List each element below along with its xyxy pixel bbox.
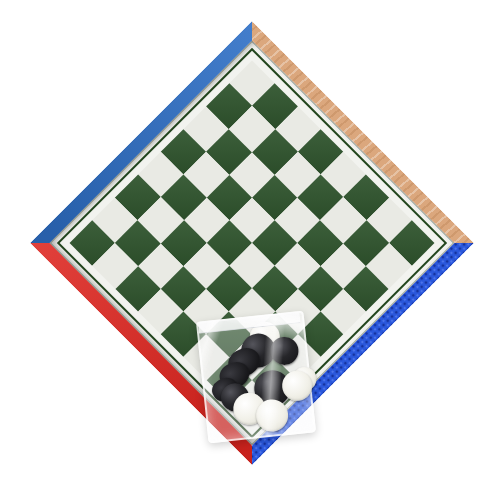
checker-piece-white bbox=[255, 398, 290, 433]
product-photo bbox=[0, 0, 496, 500]
pieces-bag bbox=[196, 311, 316, 444]
checker-piece-black bbox=[269, 335, 300, 366]
